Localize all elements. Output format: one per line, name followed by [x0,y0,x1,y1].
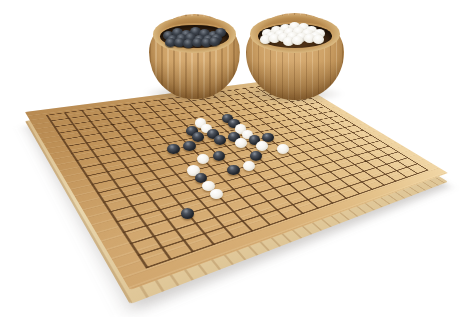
bowl-stones [258,24,332,47]
go-set-scene [0,0,474,317]
grid-line-horizontal [71,107,325,154]
grid-line-vertical [98,108,215,245]
black-bowl-stone [209,37,220,46]
white-stone-bowl[interactable] [246,13,344,100]
grid-line-vertical [64,113,171,260]
white-bowl-stone [292,36,304,45]
bowl-stones [160,25,229,48]
white-bowl-stone [313,35,325,44]
black-stone-bowl[interactable] [149,14,240,99]
